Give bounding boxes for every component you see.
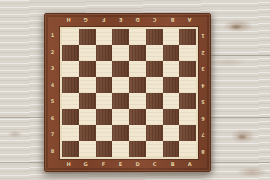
square-g3[interactable] xyxy=(79,61,96,77)
square-g2[interactable] xyxy=(79,45,96,61)
file-label-top-d: D xyxy=(130,15,145,26)
file-label-top-f: F xyxy=(96,15,111,26)
square-c2[interactable] xyxy=(146,45,163,61)
square-h3[interactable] xyxy=(62,61,79,77)
square-f1[interactable] xyxy=(96,29,113,45)
square-d4[interactable] xyxy=(129,77,146,93)
square-d3[interactable] xyxy=(129,61,146,77)
file-labels-bottom: HGFEDCBA xyxy=(60,157,198,171)
file-label-bottom-d: D xyxy=(130,158,145,170)
square-d7[interactable] xyxy=(129,125,146,141)
square-d1[interactable] xyxy=(129,29,146,45)
square-c6[interactable] xyxy=(146,109,163,125)
file-label-bottom-f: F xyxy=(96,158,111,170)
file-label-bottom-a: A xyxy=(182,158,197,170)
rank-label-right-7: 7 xyxy=(197,127,209,141)
square-a8[interactable] xyxy=(179,141,196,157)
square-c5[interactable] xyxy=(146,93,163,109)
rank-label-left-7: 7 xyxy=(46,127,59,141)
square-e2[interactable] xyxy=(112,45,129,61)
square-h7[interactable] xyxy=(62,125,79,141)
file-label-top-a: A xyxy=(182,15,197,26)
rank-label-right-5: 5 xyxy=(197,94,209,108)
square-c4[interactable] xyxy=(146,77,163,93)
square-h5[interactable] xyxy=(62,93,79,109)
file-label-bottom-g: G xyxy=(79,158,94,170)
square-a4[interactable] xyxy=(179,77,196,93)
square-b2[interactable] xyxy=(163,45,180,61)
square-d2[interactable] xyxy=(129,45,146,61)
file-label-bottom-b: B xyxy=(165,158,180,170)
rank-label-left-3: 3 xyxy=(46,61,59,75)
rank-label-right-2: 2 xyxy=(197,45,209,59)
square-a6[interactable] xyxy=(179,109,196,125)
square-g4[interactable] xyxy=(79,77,96,93)
square-d8[interactable] xyxy=(129,141,146,157)
photo-background: HGFEDCBA HGFEDCBA 12345678 12345678 xyxy=(0,0,270,180)
rank-label-left-8: 8 xyxy=(46,144,59,158)
rank-label-right-3: 3 xyxy=(197,61,209,75)
file-label-top-b: B xyxy=(165,15,180,26)
square-b5[interactable] xyxy=(163,93,180,109)
file-label-top-g: G xyxy=(79,15,94,26)
floor-plank-seam xyxy=(204,55,270,56)
square-f7[interactable] xyxy=(96,125,113,141)
rank-label-right-8: 8 xyxy=(197,144,209,158)
square-d5[interactable] xyxy=(129,93,146,109)
file-labels-top: HGFEDCBA xyxy=(60,14,198,27)
file-label-top-e: E xyxy=(113,15,128,26)
rank-label-left-6: 6 xyxy=(46,111,59,125)
square-g7[interactable] xyxy=(79,125,96,141)
square-c3[interactable] xyxy=(146,61,163,77)
square-f4[interactable] xyxy=(96,77,113,93)
square-g5[interactable] xyxy=(79,93,96,109)
square-b3[interactable] xyxy=(163,61,180,77)
square-c1[interactable] xyxy=(146,29,163,45)
square-b6[interactable] xyxy=(163,109,180,125)
square-e6[interactable] xyxy=(112,109,129,125)
rank-label-left-2: 2 xyxy=(46,45,59,59)
square-g1[interactable] xyxy=(79,29,96,45)
chess-board: HGFEDCBA HGFEDCBA 12345678 12345678 xyxy=(44,13,211,172)
square-c8[interactable] xyxy=(146,141,163,157)
square-e3[interactable] xyxy=(112,61,129,77)
rank-label-right-6: 6 xyxy=(197,111,209,125)
square-f3[interactable] xyxy=(96,61,113,77)
square-e8[interactable] xyxy=(112,141,129,157)
square-h1[interactable] xyxy=(62,29,79,45)
rank-label-left-5: 5 xyxy=(46,94,59,108)
file-label-bottom-c: C xyxy=(148,158,163,170)
rank-label-right-4: 4 xyxy=(197,78,209,92)
square-b1[interactable] xyxy=(163,29,180,45)
square-h8[interactable] xyxy=(62,141,79,157)
square-b4[interactable] xyxy=(163,77,180,93)
square-e7[interactable] xyxy=(112,125,129,141)
square-h2[interactable] xyxy=(62,45,79,61)
square-a5[interactable] xyxy=(179,93,196,109)
square-a2[interactable] xyxy=(179,45,196,61)
square-e4[interactable] xyxy=(112,77,129,93)
square-f2[interactable] xyxy=(96,45,113,61)
square-b7[interactable] xyxy=(163,125,180,141)
rank-labels-right: 12345678 xyxy=(196,27,210,159)
file-label-top-h: H xyxy=(61,15,76,26)
square-g6[interactable] xyxy=(79,109,96,125)
square-e1[interactable] xyxy=(112,29,129,45)
square-c7[interactable] xyxy=(146,125,163,141)
square-f8[interactable] xyxy=(96,141,113,157)
rank-label-left-1: 1 xyxy=(46,28,59,42)
square-f5[interactable] xyxy=(96,93,113,109)
square-h4[interactable] xyxy=(62,77,79,93)
square-h6[interactable] xyxy=(62,109,79,125)
file-label-bottom-e: E xyxy=(113,158,128,170)
square-e5[interactable] xyxy=(112,93,129,109)
board-playing-area xyxy=(60,27,198,159)
file-label-top-c: C xyxy=(148,15,163,26)
rank-label-left-4: 4 xyxy=(46,78,59,92)
square-a7[interactable] xyxy=(179,125,196,141)
square-f6[interactable] xyxy=(96,109,113,125)
rank-labels-left: 12345678 xyxy=(45,27,60,159)
rank-label-right-1: 1 xyxy=(197,28,209,42)
square-d6[interactable] xyxy=(129,109,146,125)
squares-grid xyxy=(62,29,196,157)
square-a3[interactable] xyxy=(179,61,196,77)
square-b8[interactable] xyxy=(163,141,180,157)
file-label-bottom-h: H xyxy=(61,158,76,170)
square-a1[interactable] xyxy=(179,29,196,45)
square-g8[interactable] xyxy=(79,141,96,157)
